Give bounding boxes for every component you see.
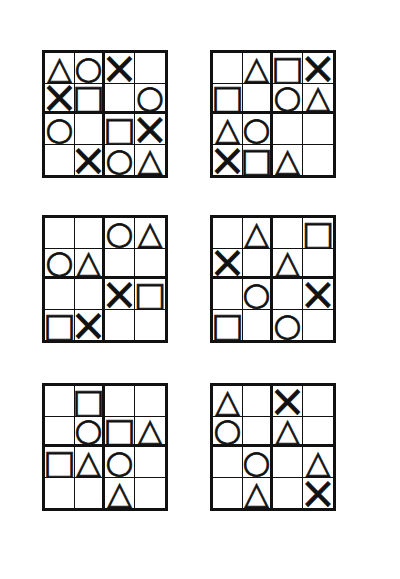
grid-4-cell-r1c4-square: □ — [303, 218, 333, 249]
grid-4-cell-r1c2-triangle: △ — [243, 218, 273, 249]
grid-6-cell-r1c4-empty — [303, 386, 333, 417]
grid-5-cell-r4c4-empty — [135, 478, 165, 509]
grid-4-cell-r4c4-empty — [303, 310, 333, 341]
grid-1-cell-r2c4-circle: ○ — [135, 84, 165, 115]
grid-2-cell-r4c2-square: □ — [243, 145, 273, 176]
grid-5-cell-r3c2-triangle: △ — [75, 447, 105, 478]
grid-2-cell-r1c4-cross: × — [303, 53, 333, 84]
grid-1-cell-r4c3-circle: ○ — [105, 145, 135, 176]
grid-3-cell-r2c3-empty — [105, 249, 135, 280]
grid-5-cell-r2c2-circle: ○ — [75, 417, 105, 448]
grid-5-cell-r4c3-triangle: △ — [105, 478, 135, 509]
grid-6-cell-r2c1-circle: ○ — [213, 417, 243, 448]
grid-2-cell-r3c3-empty — [273, 114, 303, 145]
grid-1-cell-r4c1-empty — [45, 145, 75, 176]
grid-3-cell-r2c2-triangle: △ — [75, 249, 105, 280]
grid-2-cell-r3c2-circle: ○ — [243, 114, 273, 145]
grid-5-cell-r2c3-square: □ — [105, 417, 135, 448]
grid-2-cell-r1c3-square: □ — [273, 53, 303, 84]
grid-1-cell-r1c2-circle: ○ — [75, 53, 105, 84]
grid-3-cell-r3c3-cross: × — [105, 279, 135, 310]
grid-1-cell-r1c4-empty — [135, 53, 165, 84]
grid-6-cell-r2c2-empty — [243, 417, 273, 448]
grid-3-cell-r3c2-empty — [75, 279, 105, 310]
grid-5-cell-r1c1-empty — [45, 386, 75, 417]
grid-1-cell-r4c4-triangle: △ — [135, 145, 165, 176]
grid-6-cell-r4c3-empty — [273, 478, 303, 509]
grid-5-cell-r1c4-empty — [135, 386, 165, 417]
grid-4-cell-r4c1-square: □ — [213, 310, 243, 341]
grid-1-cell-r3c4-cross: × — [135, 114, 165, 145]
grid-6-cell-r3c2-circle: ○ — [243, 447, 273, 478]
grid-3-cell-r4c2-cross: × — [75, 310, 105, 341]
grid-2-cell-r2c2-empty — [243, 84, 273, 115]
grid-3-cell-r3c4-square: □ — [135, 279, 165, 310]
grid-4-cell-r2c3-triangle: △ — [273, 249, 303, 280]
grid-3-cell-r1c3-circle: ○ — [105, 218, 135, 249]
grid-6-cell-r3c1-empty — [213, 447, 243, 478]
puzzle-grid-1: △○××□○○□××○△ — [42, 50, 168, 178]
grid-4-cell-r1c1-empty — [213, 218, 243, 249]
grid-6-cell-r1c3-cross: × — [273, 386, 303, 417]
puzzle-grid-4: △□×△○×□○ — [210, 215, 336, 343]
grid-1-cell-r2c2-square: □ — [75, 84, 105, 115]
grid-1-cell-r1c1-triangle: △ — [45, 53, 75, 84]
grid-2-cell-r2c1-square: □ — [213, 84, 243, 115]
puzzle-grid-3: ○△○△×□□× — [42, 215, 168, 343]
grid-4-cell-r3c3-empty — [273, 279, 303, 310]
grid-1-cell-r1c3-cross: × — [105, 53, 135, 84]
grid-5-cell-r1c3-empty — [105, 386, 135, 417]
grid-6-cell-r2c3-triangle: △ — [273, 417, 303, 448]
grid-3-cell-r4c4-empty — [135, 310, 165, 341]
grid-2-cell-r1c1-empty — [213, 53, 243, 84]
grid-6-cell-r1c1-triangle: △ — [213, 386, 243, 417]
grid-5-cell-r4c1-empty — [45, 478, 75, 509]
grid-2-cell-r4c4-empty — [303, 145, 333, 176]
grid-6-cell-r3c4-triangle: △ — [303, 447, 333, 478]
puzzle-grid-5: □○□△□△○△ — [42, 383, 168, 511]
puzzle-grid-6: △×○△○△△× — [210, 383, 336, 511]
grid-5-cell-r1c2-square: □ — [75, 386, 105, 417]
grid-2-cell-r2c3-circle: ○ — [273, 84, 303, 115]
grid-6-cell-r4c2-triangle: △ — [243, 478, 273, 509]
grid-4-cell-r2c1-cross: × — [213, 249, 243, 280]
grid-5-cell-r3c1-square: □ — [45, 447, 75, 478]
grid-1-cell-r2c3-empty — [105, 84, 135, 115]
grid-5-cell-r2c4-triangle: △ — [135, 417, 165, 448]
grid-2-cell-r1c2-triangle: △ — [243, 53, 273, 84]
grid-3-cell-r1c1-empty — [45, 218, 75, 249]
grid-4-cell-r3c1-empty — [213, 279, 243, 310]
grid-4-cell-r2c2-empty — [243, 249, 273, 280]
grid-5-cell-r3c4-empty — [135, 447, 165, 478]
grid-6-cell-r1c2-empty — [243, 386, 273, 417]
grid-6-cell-r2c4-empty — [303, 417, 333, 448]
grid-4-cell-r1c3-empty — [273, 218, 303, 249]
grid-5-cell-r2c1-empty — [45, 417, 75, 448]
grid-5-cell-r3c3-circle: ○ — [105, 447, 135, 478]
puzzle-grid-2: △□×□○△△○×□△ — [210, 50, 336, 178]
grid-3-cell-r2c1-circle: ○ — [45, 249, 75, 280]
grid-2-cell-r2c4-triangle: △ — [303, 84, 333, 115]
grid-6-cell-r4c4-cross: × — [303, 478, 333, 509]
grid-2-cell-r3c4-empty — [303, 114, 333, 145]
worksheet-page: △○××□○○□××○△ △□×□○△△○×□△ ○△○△×□□× △□×△○×… — [0, 0, 400, 579]
grid-4-cell-r3c2-circle: ○ — [243, 279, 273, 310]
grid-1-cell-r3c1-circle: ○ — [45, 114, 75, 145]
grid-3-cell-r3c1-empty — [45, 279, 75, 310]
grid-2-cell-r4c3-triangle: △ — [273, 145, 303, 176]
grid-1-cell-r3c3-square: □ — [105, 114, 135, 145]
grid-3-cell-r2c4-empty — [135, 249, 165, 280]
grid-2-cell-r3c1-triangle: △ — [213, 114, 243, 145]
grid-4-cell-r3c4-cross: × — [303, 279, 333, 310]
grid-5-cell-r4c2-empty — [75, 478, 105, 509]
grid-3-cell-r4c1-square: □ — [45, 310, 75, 341]
grid-4-cell-r2c4-empty — [303, 249, 333, 280]
grid-3-cell-r1c2-empty — [75, 218, 105, 249]
grid-4-cell-r4c3-circle: ○ — [273, 310, 303, 341]
grid-4-cell-r4c2-empty — [243, 310, 273, 341]
grid-1-cell-r3c2-empty — [75, 114, 105, 145]
grid-3-cell-r1c4-triangle: △ — [135, 218, 165, 249]
grid-6-cell-r4c1-empty — [213, 478, 243, 509]
grid-1-cell-r4c2-cross: × — [75, 145, 105, 176]
grid-2-cell-r4c1-cross: × — [213, 145, 243, 176]
grid-6-cell-r3c3-empty — [273, 447, 303, 478]
grid-1-cell-r2c1-cross: × — [45, 84, 75, 115]
grid-3-cell-r4c3-empty — [105, 310, 135, 341]
